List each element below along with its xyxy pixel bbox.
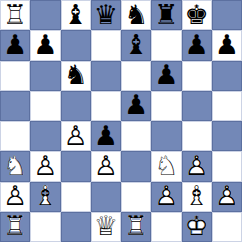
piece-white-king[interactable]: ♚♔ <box>182 212 212 242</box>
square-f8[interactable]: ♜ <box>151 0 181 30</box>
square-g8[interactable]: ♚ <box>182 0 212 30</box>
piece-glyph-fill: ♟ <box>33 31 57 58</box>
square-c7[interactable] <box>61 30 91 60</box>
piece-glyph-outline: ♙ <box>33 152 57 179</box>
piece-white-pawn[interactable]: ♟♙ <box>61 121 91 151</box>
square-b5[interactable] <box>30 91 60 121</box>
piece-glyph-fill: ♟ <box>154 61 178 88</box>
square-b3[interactable]: ♟♙ <box>30 151 60 181</box>
square-e2[interactable] <box>121 182 151 212</box>
square-f7[interactable] <box>151 30 181 60</box>
square-g5[interactable] <box>182 91 212 121</box>
square-a6[interactable] <box>0 61 30 91</box>
square-a7[interactable]: ♟ <box>0 30 30 60</box>
piece-glyph-outline: ♗ <box>185 182 209 209</box>
piece-glyph-outline: ♙ <box>64 122 88 149</box>
square-f3[interactable]: ♞♘ <box>151 151 181 181</box>
piece-white-bishop[interactable]: ♝♗ <box>182 182 212 212</box>
square-f2[interactable]: ♟♙ <box>151 182 181 212</box>
piece-glyph-outline: ♙ <box>154 182 178 209</box>
piece-white-knight[interactable]: ♞♘ <box>151 151 181 181</box>
piece-black-pawn[interactable]: ♟ <box>151 61 181 91</box>
square-g3[interactable]: ♟♙ <box>182 151 212 181</box>
piece-glyph-outline: ♖ <box>3 212 27 239</box>
square-c5[interactable] <box>61 91 91 121</box>
piece-glyph-fill: ♟ <box>185 31 209 58</box>
piece-glyph-fill: ♚ <box>185 1 209 28</box>
square-g6[interactable] <box>182 61 212 91</box>
piece-black-pawn[interactable]: ♟ <box>121 91 151 121</box>
square-d2[interactable] <box>91 182 121 212</box>
piece-white-pawn[interactable]: ♟♙ <box>91 151 121 181</box>
square-a2[interactable]: ♟♙ <box>0 182 30 212</box>
piece-white-bishop[interactable]: ♝♗ <box>30 182 60 212</box>
piece-glyph-outline: ♙ <box>215 182 239 209</box>
square-h2[interactable]: ♟♙ <box>212 182 242 212</box>
piece-black-bishop[interactable]: ♝ <box>61 0 91 30</box>
square-g1[interactable]: ♚♔ <box>182 212 212 242</box>
square-c6[interactable]: ♞ <box>61 61 91 91</box>
piece-glyph-outline: ♘ <box>154 152 178 179</box>
square-h7[interactable]: ♟ <box>212 30 242 60</box>
square-e8[interactable]: ♞ <box>121 0 151 30</box>
square-a5[interactable] <box>0 91 30 121</box>
chess-board: ♜♖♝♛♞♜♚♟♟♝♟♟♞♟♟♟♙♟♞♘♟♙♟♙♞♘♟♙♟♙♝♗♟♙♝♗♟♙♜♖… <box>0 0 242 242</box>
piece-glyph-fill: ♜ <box>154 1 178 28</box>
piece-glyph-fill: ♝ <box>64 1 88 28</box>
square-g4[interactable] <box>182 121 212 151</box>
square-a1[interactable]: ♜♖ <box>0 212 30 242</box>
piece-glyph-fill: ♟ <box>3 31 27 58</box>
piece-glyph-outline: ♖ <box>124 212 148 239</box>
piece-glyph-fill: ♛ <box>94 1 118 28</box>
piece-glyph-fill: ♞ <box>64 61 88 88</box>
square-c4[interactable]: ♟♙ <box>61 121 91 151</box>
square-b4[interactable] <box>30 121 60 151</box>
piece-glyph-outline: ♘ <box>3 152 27 179</box>
piece-black-queen[interactable]: ♛ <box>91 0 121 30</box>
square-e7[interactable]: ♝ <box>121 30 151 60</box>
square-b1[interactable] <box>30 212 60 242</box>
square-d8[interactable]: ♛ <box>91 0 121 30</box>
piece-white-rook[interactable]: ♜♖ <box>0 0 30 30</box>
square-d7[interactable] <box>91 30 121 60</box>
piece-black-pawn[interactable]: ♟ <box>212 30 242 60</box>
piece-glyph-outline: ♙ <box>94 152 118 179</box>
square-c8[interactable]: ♝ <box>61 0 91 30</box>
square-d4[interactable]: ♟ <box>91 121 121 151</box>
piece-black-knight[interactable]: ♞ <box>121 0 151 30</box>
square-e6[interactable] <box>121 61 151 91</box>
square-a3[interactable]: ♞♘ <box>0 151 30 181</box>
square-c3[interactable] <box>61 151 91 181</box>
piece-glyph-fill: ♟ <box>124 91 148 118</box>
square-b7[interactable]: ♟ <box>30 30 60 60</box>
piece-white-rook[interactable]: ♜♖ <box>0 212 30 242</box>
square-g2[interactable]: ♝♗ <box>182 182 212 212</box>
piece-glyph-fill: ♟ <box>215 31 239 58</box>
piece-white-pawn[interactable]: ♟♙ <box>30 151 60 181</box>
square-f5[interactable] <box>151 91 181 121</box>
piece-glyph-outline: ♗ <box>33 182 57 209</box>
piece-black-knight[interactable]: ♞ <box>61 61 91 91</box>
square-b8[interactable] <box>30 0 60 30</box>
square-d3[interactable]: ♟♙ <box>91 151 121 181</box>
square-f6[interactable]: ♟ <box>151 61 181 91</box>
piece-black-rook[interactable]: ♜ <box>151 0 181 30</box>
piece-glyph-outline: ♙ <box>3 182 27 209</box>
square-f1[interactable] <box>151 212 181 242</box>
piece-black-pawn[interactable]: ♟ <box>182 30 212 60</box>
square-e5[interactable]: ♟ <box>121 91 151 121</box>
square-a8[interactable]: ♜♖ <box>0 0 30 30</box>
piece-glyph-fill: ♞ <box>124 1 148 28</box>
piece-white-queen[interactable]: ♛♕ <box>91 212 121 242</box>
square-b2[interactable]: ♝♗ <box>30 182 60 212</box>
square-h4[interactable] <box>212 121 242 151</box>
square-d5[interactable] <box>91 91 121 121</box>
square-d6[interactable] <box>91 61 121 91</box>
piece-black-pawn[interactable]: ♟ <box>0 30 30 60</box>
square-h1[interactable] <box>212 212 242 242</box>
square-e3[interactable] <box>121 151 151 181</box>
piece-white-rook[interactable]: ♜♖ <box>121 212 151 242</box>
piece-glyph-outline: ♙ <box>185 152 209 179</box>
piece-black-king[interactable]: ♚ <box>182 0 212 30</box>
piece-white-pawn[interactable]: ♟♙ <box>151 182 181 212</box>
square-h6[interactable] <box>212 61 242 91</box>
piece-black-pawn[interactable]: ♟ <box>30 30 60 60</box>
square-c2[interactable] <box>61 182 91 212</box>
piece-white-knight[interactable]: ♞♘ <box>0 151 30 181</box>
piece-black-pawn[interactable]: ♟ <box>91 121 121 151</box>
piece-black-bishop[interactable]: ♝ <box>121 30 151 60</box>
square-h3[interactable] <box>212 151 242 181</box>
square-d1[interactable]: ♛♕ <box>91 212 121 242</box>
square-e1[interactable]: ♜♖ <box>121 212 151 242</box>
square-h8[interactable] <box>212 0 242 30</box>
piece-glyph-outline: ♕ <box>94 212 118 239</box>
square-f4[interactable] <box>151 121 181 151</box>
square-e4[interactable] <box>121 121 151 151</box>
square-c1[interactable] <box>61 212 91 242</box>
piece-glyph-fill: ♟ <box>94 122 118 149</box>
square-g7[interactable]: ♟ <box>182 30 212 60</box>
piece-glyph-outline: ♖ <box>3 1 27 28</box>
square-h5[interactable] <box>212 91 242 121</box>
piece-white-pawn[interactable]: ♟♙ <box>212 182 242 212</box>
piece-white-pawn[interactable]: ♟♙ <box>0 182 30 212</box>
piece-glyph-fill: ♝ <box>124 31 148 58</box>
piece-glyph-outline: ♔ <box>185 212 209 239</box>
piece-white-pawn[interactable]: ♟♙ <box>182 151 212 181</box>
square-b6[interactable] <box>30 61 60 91</box>
square-a4[interactable] <box>0 121 30 151</box>
